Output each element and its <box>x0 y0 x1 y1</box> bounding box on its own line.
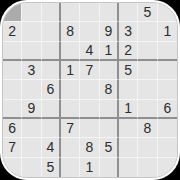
cell-r2c6[interactable]: 2 <box>119 42 138 61</box>
cell-r7c6[interactable] <box>119 138 138 157</box>
cell-r4c5[interactable]: 8 <box>100 80 119 99</box>
cell-r3c7[interactable] <box>138 61 157 80</box>
cell-r1c1[interactable] <box>22 22 41 41</box>
cell-r3c4[interactable]: 7 <box>80 61 99 80</box>
cell-r8c0[interactable] <box>3 158 22 177</box>
cell-r1c0[interactable]: 2 <box>3 22 22 41</box>
cell-r6c0[interactable]: 6 <box>3 119 22 138</box>
cell-r2c8[interactable] <box>158 42 177 61</box>
cell-r1c3[interactable]: 8 <box>61 22 80 41</box>
cell-r5c5[interactable] <box>100 100 119 119</box>
cell-r3c2[interactable] <box>42 61 61 80</box>
cell-r8c5[interactable] <box>100 158 119 177</box>
cell-r8c6[interactable] <box>119 158 138 177</box>
cell-r4c6[interactable] <box>119 80 138 99</box>
cell-r7c7[interactable] <box>138 138 157 157</box>
cell-r1c8[interactable]: 1 <box>158 22 177 41</box>
cell-r2c0[interactable] <box>3 42 22 61</box>
cell-r0c8[interactable] <box>158 3 177 22</box>
cell-r8c3[interactable] <box>61 158 80 177</box>
cell-r5c4[interactable] <box>80 100 99 119</box>
cell-r8c7[interactable] <box>138 158 157 177</box>
cell-r7c8[interactable] <box>158 138 177 157</box>
cell-r6c3[interactable]: 7 <box>61 119 80 138</box>
cell-r3c0[interactable] <box>3 61 22 80</box>
cell-r5c3[interactable] <box>61 100 80 119</box>
cell-r8c8[interactable] <box>158 158 177 177</box>
cell-r3c8[interactable] <box>158 61 177 80</box>
cell-r1c7[interactable] <box>138 22 157 41</box>
cell-r4c8[interactable] <box>158 80 177 99</box>
cell-r4c1[interactable] <box>22 80 41 99</box>
cell-r3c5[interactable] <box>100 61 119 80</box>
cell-r5c8[interactable]: 6 <box>158 100 177 119</box>
sudoku-board: 528931412317568916678748551 <box>2 2 178 178</box>
cell-r5c7[interactable] <box>138 100 157 119</box>
cell-r1c5[interactable]: 9 <box>100 22 119 41</box>
cell-r7c0[interactable]: 7 <box>3 138 22 157</box>
cell-r4c7[interactable] <box>138 80 157 99</box>
app-card: 528931412317568916678748551 <box>0 0 180 180</box>
cell-r5c0[interactable] <box>3 100 22 119</box>
cell-r6c2[interactable] <box>42 119 61 138</box>
cell-r3c6[interactable]: 5 <box>119 61 138 80</box>
cell-r4c0[interactable] <box>3 80 22 99</box>
cell-r2c3[interactable] <box>61 42 80 61</box>
cell-r0c1[interactable] <box>22 3 41 22</box>
cell-r2c7[interactable] <box>138 42 157 61</box>
cell-r6c4[interactable] <box>80 119 99 138</box>
cell-r2c2[interactable] <box>42 42 61 61</box>
cell-r0c6[interactable] <box>119 3 138 22</box>
cell-r7c5[interactable]: 5 <box>100 138 119 157</box>
cell-r0c2[interactable] <box>42 3 61 22</box>
cell-r6c5[interactable] <box>100 119 119 138</box>
cell-r7c2[interactable]: 4 <box>42 138 61 157</box>
cell-r3c1[interactable]: 3 <box>22 61 41 80</box>
cell-r0c5[interactable] <box>100 3 119 22</box>
cell-r7c3[interactable] <box>61 138 80 157</box>
cell-r7c1[interactable] <box>22 138 41 157</box>
cell-r4c3[interactable] <box>61 80 80 99</box>
cell-r6c7[interactable]: 8 <box>138 119 157 138</box>
cell-r6c6[interactable] <box>119 119 138 138</box>
cell-r0c0[interactable] <box>3 3 22 22</box>
cell-r7c4[interactable]: 8 <box>80 138 99 157</box>
cell-r1c4[interactable] <box>80 22 99 41</box>
cell-r1c6[interactable]: 3 <box>119 22 138 41</box>
cell-r8c1[interactable] <box>22 158 41 177</box>
cell-r0c3[interactable] <box>61 3 80 22</box>
cell-r4c4[interactable] <box>80 80 99 99</box>
cell-r2c5[interactable]: 1 <box>100 42 119 61</box>
cell-r5c1[interactable]: 9 <box>22 100 41 119</box>
cell-r3c3[interactable]: 1 <box>61 61 80 80</box>
cell-r0c4[interactable] <box>80 3 99 22</box>
cell-r5c2[interactable] <box>42 100 61 119</box>
cell-r0c7[interactable]: 5 <box>138 3 157 22</box>
cell-r6c8[interactable] <box>158 119 177 138</box>
cell-r5c6[interactable]: 1 <box>119 100 138 119</box>
cell-r2c1[interactable] <box>22 42 41 61</box>
cell-r1c2[interactable] <box>42 22 61 41</box>
cell-r6c1[interactable] <box>22 119 41 138</box>
cell-r2c4[interactable]: 4 <box>80 42 99 61</box>
cell-r4c2[interactable]: 6 <box>42 80 61 99</box>
cell-r8c4[interactable]: 1 <box>80 158 99 177</box>
cell-r8c2[interactable]: 5 <box>42 158 61 177</box>
